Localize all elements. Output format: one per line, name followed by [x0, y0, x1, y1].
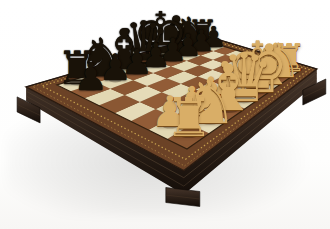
piece-shadow: [283, 68, 296, 72]
piece-shadow: [109, 78, 121, 82]
piece-shadow: [69, 80, 85, 85]
piece-shadow: [93, 72, 111, 78]
piece-shadow: [180, 132, 198, 138]
piece-shadow: [260, 69, 271, 73]
piece-shadow: [185, 111, 199, 115]
piece-shadow: [260, 80, 279, 86]
piece-shadow: [221, 91, 233, 95]
piece-shadow: [249, 76, 260, 80]
chess-set-photo: ♜♞♝♛♚♝♞♜♟♟♟♟♟♟♟♟♟♟♟♟♟♟♟♟♜♞♝♛♚♝♞♜: [0, 0, 330, 229]
piece-shadow: [217, 106, 239, 113]
piece-shadow: [205, 101, 218, 105]
piece-shadow: [183, 53, 193, 56]
chess-board: [0, 0, 330, 229]
piece-shadow: [131, 71, 143, 75]
piece-shadow: [150, 53, 172, 60]
piece-shadow: [197, 41, 209, 45]
piece-shadow: [167, 59, 178, 63]
piece-shadow: [163, 124, 177, 129]
piece-shadow: [200, 118, 220, 125]
piece-shadow: [84, 87, 97, 91]
piece-shadow: [272, 73, 288, 78]
piece-shadow: [150, 64, 161, 68]
piece-shadow: [232, 96, 255, 103]
piece-shadow: [115, 65, 134, 71]
piece-shadow: [168, 48, 185, 54]
piece-shadow: [271, 64, 281, 67]
piece-shadow: [133, 58, 153, 65]
piece-shadow: [196, 49, 206, 52]
piece-shadow: [209, 44, 219, 47]
piece-shadow: [246, 87, 270, 95]
piece-shadow: [183, 44, 198, 49]
piece-shadow: [236, 83, 248, 87]
